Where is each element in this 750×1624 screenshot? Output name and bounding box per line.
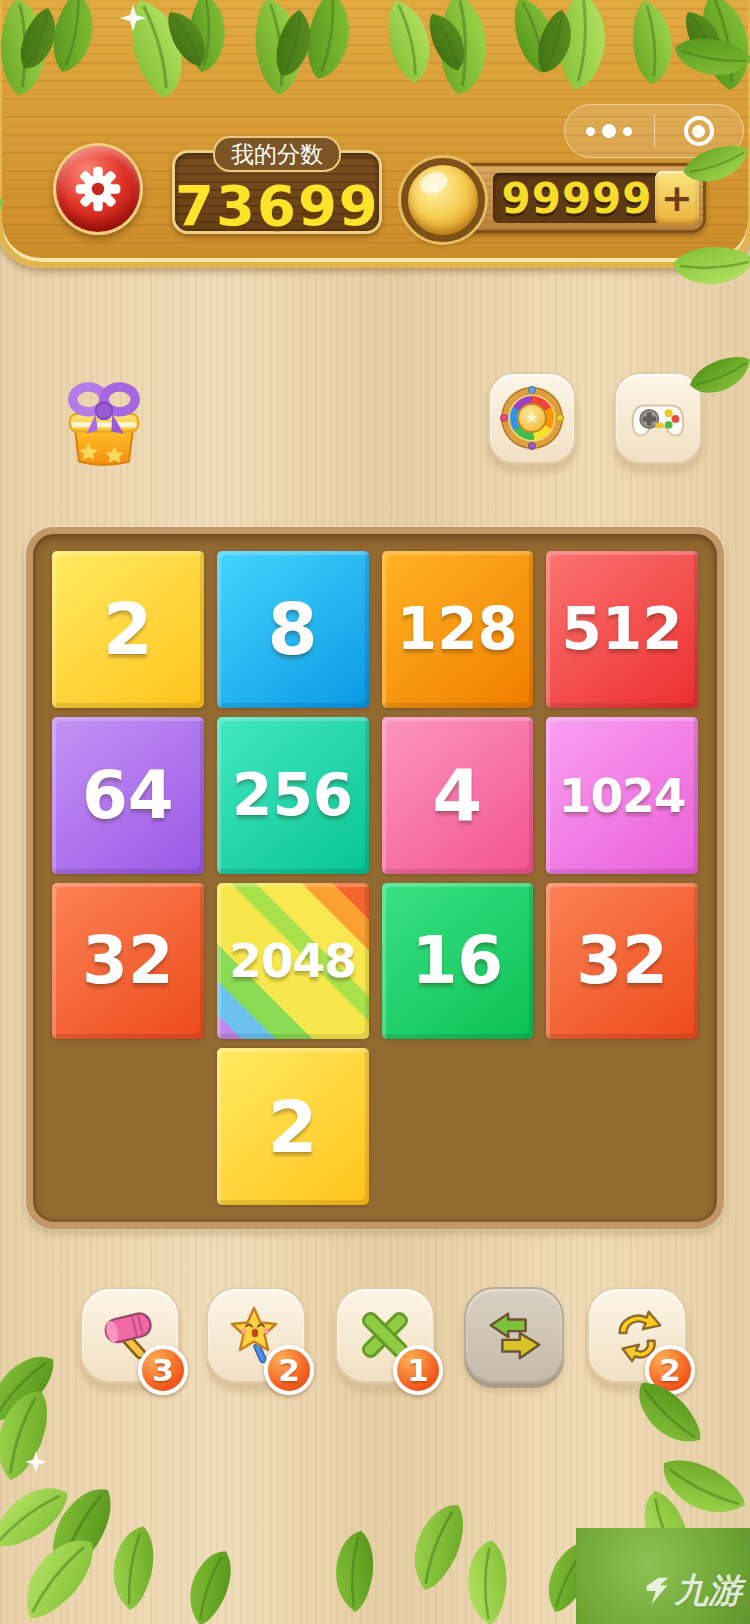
empty-cell bbox=[52, 1048, 204, 1205]
tile-2[interactable]: 2 bbox=[217, 1048, 369, 1205]
tile-16[interactable]: 16 bbox=[382, 883, 534, 1040]
hammer-booster-button[interactable]: 3 bbox=[80, 1287, 180, 1383]
x-eliminate-booster-button[interactable]: 1 bbox=[335, 1287, 435, 1383]
tile-512[interactable]: 512 bbox=[546, 551, 698, 708]
tile-128[interactable]: 128 bbox=[382, 551, 534, 708]
star-wand-booster-button[interactable]: 2 bbox=[206, 1287, 306, 1383]
star-wand-count-badge: 2 bbox=[264, 1345, 314, 1395]
add-coins-button[interactable]: + bbox=[655, 171, 699, 225]
jiuyou-logo-icon bbox=[640, 1576, 670, 1606]
coin-icon bbox=[401, 158, 485, 242]
wheel-star-icon: ★ bbox=[517, 403, 547, 433]
watermark: 九游 bbox=[640, 1568, 742, 1614]
more-dots-icon bbox=[586, 127, 595, 136]
x-eliminate-count-badge: 1 bbox=[393, 1345, 443, 1395]
tile-1024[interactable]: 1024 bbox=[546, 717, 698, 874]
tile-2048[interactable]: 2048 bbox=[217, 883, 369, 1040]
gift-box-icon bbox=[52, 364, 156, 470]
gamepad-icon bbox=[627, 387, 689, 449]
tile-4[interactable]: 4 bbox=[382, 717, 534, 874]
score-value: 73699 bbox=[175, 173, 379, 238]
lucky-wheel-button[interactable]: ★ bbox=[488, 372, 576, 464]
tile-256[interactable]: 256 bbox=[217, 717, 369, 874]
gift-button[interactable] bbox=[52, 364, 156, 470]
score-panel: 我的分数 73699 bbox=[172, 150, 382, 234]
tile-8[interactable]: 8 bbox=[217, 551, 369, 708]
empty-cell bbox=[382, 1048, 534, 1205]
miniprogram-capsule bbox=[564, 104, 744, 158]
board-grid[interactable]: 28128512642564102432204816322 bbox=[33, 534, 717, 1222]
tile-64[interactable]: 64 bbox=[52, 717, 204, 874]
coin-bar: 99999 + bbox=[420, 163, 706, 233]
coin-value-box: 99999 bbox=[493, 173, 661, 223]
redo-booster-button[interactable]: 2 bbox=[587, 1287, 687, 1383]
score-label: 我的分数 bbox=[213, 136, 341, 172]
game-screen: 我的分数 73699 99999 + bbox=[0, 0, 750, 1624]
redo-count-badge: 2 bbox=[645, 1345, 695, 1395]
tile-32[interactable]: 32 bbox=[546, 883, 698, 1040]
hammer-count-badge: 3 bbox=[138, 1345, 188, 1395]
more-menu-button[interactable] bbox=[565, 105, 654, 157]
settings-button[interactable] bbox=[53, 143, 143, 235]
target-circle-icon bbox=[684, 116, 714, 146]
swap-arrows-icon bbox=[483, 1304, 545, 1366]
gear-icon bbox=[72, 163, 124, 215]
empty-cell bbox=[546, 1048, 698, 1205]
game-center-button[interactable] bbox=[614, 372, 702, 464]
game-board: 28128512642564102432204816322 bbox=[26, 527, 724, 1229]
tile-32[interactable]: 32 bbox=[52, 883, 204, 1040]
exit-button[interactable] bbox=[655, 105, 744, 157]
coin-value: 99999 bbox=[501, 174, 652, 223]
watermark-text: 九游 bbox=[674, 1568, 742, 1614]
tile-2[interactable]: 2 bbox=[52, 551, 204, 708]
lucky-wheel-icon: ★ bbox=[503, 389, 561, 447]
swap-booster-button[interactable] bbox=[464, 1287, 564, 1383]
